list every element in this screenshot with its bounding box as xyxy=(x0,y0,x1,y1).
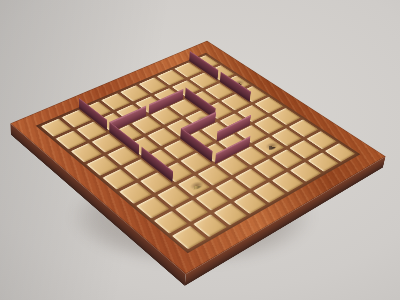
pawn-walnut-c-body xyxy=(261,117,280,151)
photo-scene xyxy=(0,0,400,300)
pawn-walnut-a-body xyxy=(230,58,245,87)
pawn-walnut-b-body xyxy=(193,98,208,123)
